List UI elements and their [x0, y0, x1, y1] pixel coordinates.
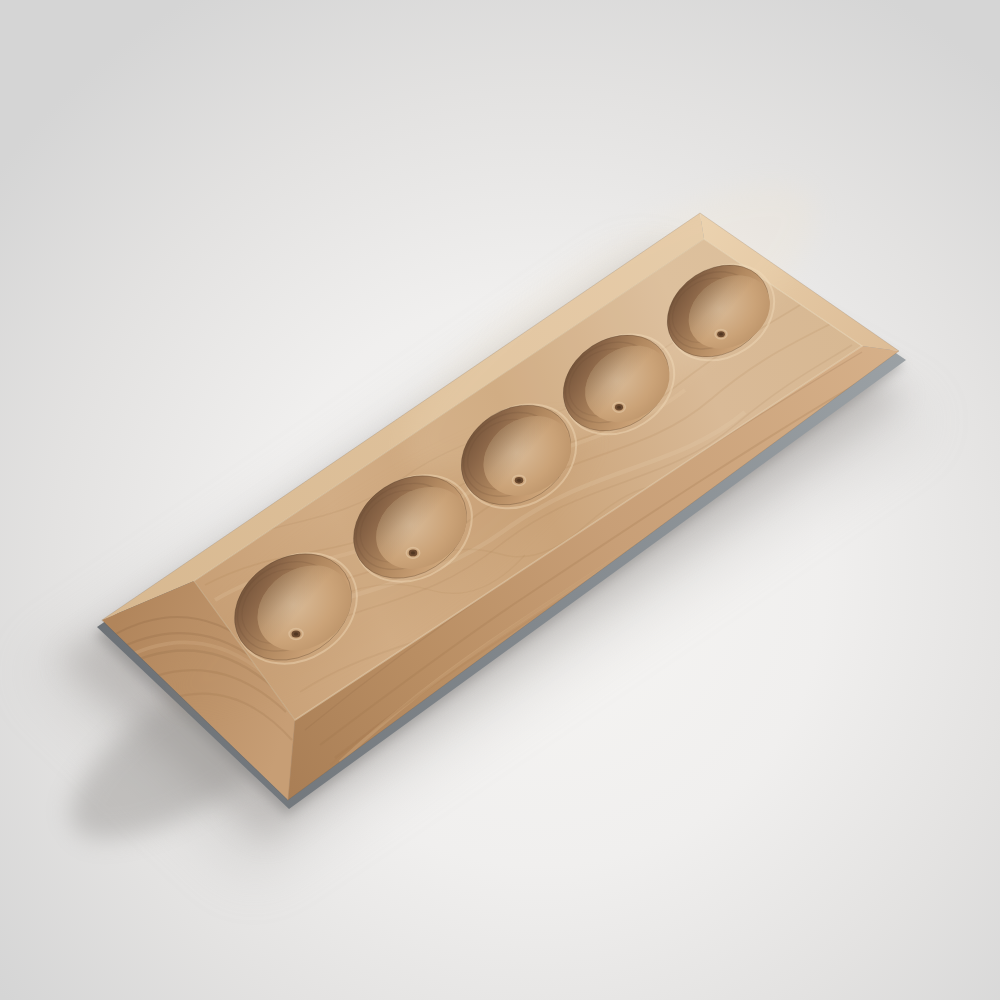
studio-background [0, 0, 1000, 1000]
product-photo [0, 0, 1000, 1000]
